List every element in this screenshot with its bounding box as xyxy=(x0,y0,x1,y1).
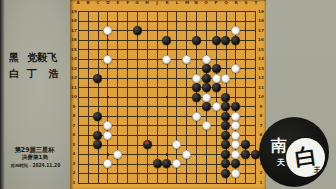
white-label: 白 xyxy=(9,67,19,81)
black-stone-P16 xyxy=(212,36,221,45)
intersection-Q9 xyxy=(221,102,231,112)
white-stone-N12 xyxy=(192,74,201,83)
col-label-L: L xyxy=(175,1,178,6)
intersection-P16 xyxy=(211,35,221,45)
black-stone-P11 xyxy=(212,83,221,92)
black-stone-R9 xyxy=(231,102,240,111)
intersection-H5 xyxy=(142,140,152,150)
col-label-C: C xyxy=(96,1,99,6)
intersection-N16 xyxy=(192,35,202,45)
white-stone-R5 xyxy=(231,140,240,149)
white-stone-Q12 xyxy=(221,74,230,83)
white-stone-L3 xyxy=(172,159,181,168)
intersection-L5 xyxy=(172,140,182,150)
black-stone-N11 xyxy=(192,83,201,92)
black-stone-Q4 xyxy=(221,150,230,159)
intersection-O11 xyxy=(201,83,211,93)
intersection-R5 xyxy=(231,140,241,150)
col-label-D: D xyxy=(106,1,109,6)
white-stone-E4 xyxy=(113,150,122,159)
intersection-D7 xyxy=(103,121,113,131)
black-stone-O11 xyxy=(202,83,211,92)
event-date: 对局时间：2024.11.20 xyxy=(10,164,60,168)
white-stone-N8 xyxy=(192,112,201,121)
intersection-C8 xyxy=(93,111,103,121)
white-player-row: 白 丁 浩 xyxy=(0,66,70,82)
intersection-N12 xyxy=(192,73,202,83)
intersection-P12 xyxy=(211,73,221,83)
channel-logo: 南 天 白 王 xyxy=(259,117,329,187)
black-stone-Q2 xyxy=(221,169,230,178)
intersection-D17 xyxy=(103,26,113,36)
goban-grid xyxy=(73,7,260,188)
black-stone-G17 xyxy=(133,26,142,35)
black-stone-C6 xyxy=(93,131,102,140)
logo-char-nan: 南 xyxy=(271,136,287,157)
white-stone-D17 xyxy=(103,26,112,35)
col-label-N: N xyxy=(195,1,198,6)
intersection-C5 xyxy=(93,140,103,150)
black-stone-O9 xyxy=(202,102,211,111)
intersection-R9 xyxy=(231,102,241,112)
black-stone-S4 xyxy=(241,150,250,159)
black-stone-S5 xyxy=(241,140,250,149)
intersection-Q16 xyxy=(221,35,231,45)
intersection-Q7 xyxy=(221,121,231,131)
intersection-R17 xyxy=(231,26,241,36)
col-label-S: S xyxy=(244,1,247,6)
intersection-C12 xyxy=(93,73,103,83)
intersection-Q3 xyxy=(221,159,231,169)
intersection-Q4 xyxy=(221,149,231,159)
intersection-J3 xyxy=(152,159,162,169)
event-round: 决赛第1局 xyxy=(22,155,48,161)
intersection-O7 xyxy=(201,121,211,131)
col-label-H: H xyxy=(145,1,148,6)
black-stone-Q5 xyxy=(221,140,230,149)
intersection-Q6 xyxy=(221,130,231,140)
black-stone-J3 xyxy=(153,159,162,168)
white-stone-R4 xyxy=(231,150,240,159)
intersection-Q8 xyxy=(221,111,231,121)
intersection-S4 xyxy=(241,149,251,159)
col-label-A: A xyxy=(77,1,80,6)
intersection-R4 xyxy=(231,149,241,159)
col-label-E: E xyxy=(116,1,119,6)
black-stone-R16 xyxy=(231,36,240,45)
intersection-Q2 xyxy=(221,168,231,178)
intersection-C6 xyxy=(93,130,103,140)
intersection-R16 xyxy=(231,35,241,45)
intersection-K14 xyxy=(162,54,172,64)
black-stone-K3 xyxy=(162,159,171,168)
intersection-R6 xyxy=(231,130,241,140)
intersection-Q12 xyxy=(221,73,231,83)
white-stone-D14 xyxy=(103,55,112,64)
black-player-row: 黑 党毅飞 xyxy=(0,50,70,66)
intersection-N11 xyxy=(192,83,202,93)
black-stone-R3 xyxy=(231,159,240,168)
white-stone-O7 xyxy=(202,121,211,130)
col-label-K: K xyxy=(165,1,168,6)
black-label: 黑 xyxy=(9,51,19,65)
intersection-O12 xyxy=(201,73,211,83)
intersection-O9 xyxy=(201,102,211,112)
intersection-E4 xyxy=(113,149,123,159)
white-stone-P9 xyxy=(212,102,221,111)
black-stone-H5 xyxy=(143,140,152,149)
black-stone-Q16 xyxy=(221,36,230,45)
white-stone-D7 xyxy=(103,121,112,130)
black-stone-K16 xyxy=(162,36,171,45)
intersection-G17 xyxy=(132,26,142,36)
col-label-F: F xyxy=(126,1,129,6)
col-label-T: T xyxy=(254,1,257,6)
col-label-Q: Q xyxy=(224,1,228,6)
white-stone-R6 xyxy=(231,131,240,140)
black-stone-P13 xyxy=(212,64,221,73)
last-move-marker xyxy=(145,140,149,144)
white-stone-O14 xyxy=(202,55,211,64)
intersection-K3 xyxy=(162,159,172,169)
white-stone-M4 xyxy=(182,150,191,159)
white-stone-D3 xyxy=(103,159,112,168)
white-stone-R7 xyxy=(231,121,240,130)
intersection-O13 xyxy=(201,64,211,74)
black-stone-O12 xyxy=(202,74,211,83)
intersection-R8 xyxy=(231,111,241,121)
player-info-panel: 黑 党毅飞 白 丁 浩 第29届三星杯 决赛第1局 对局时间：2024.11.2… xyxy=(0,0,70,189)
intersection-O14 xyxy=(201,54,211,64)
intersection-D6 xyxy=(103,130,113,140)
right-panel: 南 天 白 王 xyxy=(266,0,336,189)
intersection-R7 xyxy=(231,121,241,131)
black-stone-Q9 xyxy=(221,102,230,111)
white-stone-K14 xyxy=(162,55,171,64)
col-label-R: R xyxy=(234,1,237,6)
col-label-B: B xyxy=(87,1,90,6)
white-stone-D6 xyxy=(103,131,112,140)
event-name: 第29届三星杯 xyxy=(15,147,55,153)
intersection-N8 xyxy=(192,111,202,121)
black-stone-N16 xyxy=(192,36,201,45)
white-stone-R13 xyxy=(231,64,240,73)
col-label-J: J xyxy=(156,1,158,6)
black-stone-C12 xyxy=(93,74,102,83)
white-player-name: 丁 浩 xyxy=(27,67,62,81)
col-label-P: P xyxy=(215,1,218,6)
white-stone-R8 xyxy=(231,112,240,121)
intersection-R13 xyxy=(231,64,241,74)
intersection-S5 xyxy=(241,140,251,150)
logo-char-wang: 王 xyxy=(314,165,321,175)
col-label-G: G xyxy=(136,1,139,6)
logo-char-tian: 天 xyxy=(277,157,285,168)
intersection-L3 xyxy=(172,159,182,169)
intersection-M14 xyxy=(182,54,192,64)
intersection-D3 xyxy=(103,159,113,169)
col-label-O: O xyxy=(205,1,209,6)
black-stone-Q3 xyxy=(221,159,230,168)
black-stone-Q8 xyxy=(221,112,230,121)
intersection-K16 xyxy=(162,35,172,45)
broadcast-frame: 黑 党毅飞 白 丁 浩 第29届三星杯 决赛第1局 对局时间：2024.11.2… xyxy=(0,0,336,189)
black-stone-N10 xyxy=(192,93,201,102)
intersection-N10 xyxy=(192,92,202,102)
black-player-name: 党毅飞 xyxy=(27,51,57,65)
intersection-Q5 xyxy=(221,140,231,150)
white-stone-R2 xyxy=(231,169,240,178)
black-stone-C8 xyxy=(93,112,102,121)
go-board: ABCDEFGHJKLMNOPQRST191918181717161615151… xyxy=(70,0,266,189)
white-stone-P12 xyxy=(212,74,221,83)
intersection-R3 xyxy=(231,159,241,169)
intersection-R2 xyxy=(231,168,241,178)
black-stone-C5 xyxy=(93,140,102,149)
black-stone-O13 xyxy=(202,64,211,73)
intersection-D14 xyxy=(103,54,113,64)
player-names: 黑 党毅飞 白 丁 浩 xyxy=(0,50,70,82)
white-stone-L5 xyxy=(172,140,181,149)
intersection-Q10 xyxy=(221,92,231,102)
intersection-P9 xyxy=(211,102,221,112)
white-stone-M14 xyxy=(182,55,191,64)
intersection-P13 xyxy=(211,64,221,74)
event-info: 第29届三星杯 决赛第1局 对局时间：2024.11.20 xyxy=(0,146,70,170)
intersection-P11 xyxy=(211,83,221,93)
white-stone-O10 xyxy=(202,93,211,102)
intersection-M4 xyxy=(182,149,192,159)
black-stone-Q10 xyxy=(221,93,230,102)
black-stone-Q7 xyxy=(221,121,230,130)
intersection-O10 xyxy=(201,92,211,102)
white-stone-R17 xyxy=(231,26,240,35)
black-stone-Q6 xyxy=(221,131,230,140)
col-label-M: M xyxy=(185,1,189,6)
